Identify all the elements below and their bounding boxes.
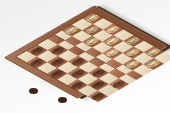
board-foot xyxy=(58,97,67,103)
photo-stage: ⛂⛂⛂⛂⛂⛂⛂⛂⛂⛂⛂⛂⛂⛂⛂⛂⛂⛂⛂⛂⛂⛂⛂⛂ xyxy=(0,0,170,113)
board-foot xyxy=(29,88,38,94)
